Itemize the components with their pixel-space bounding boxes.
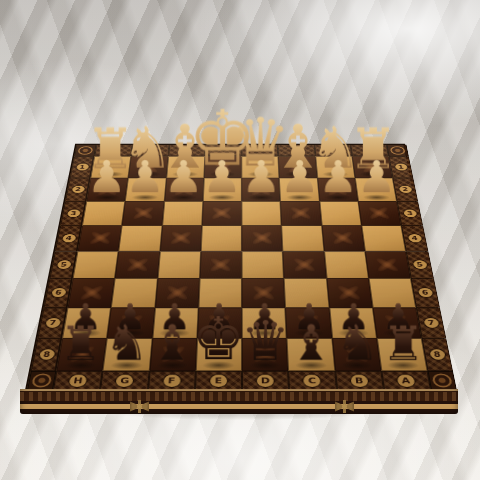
piece-cell-b3 [319,201,361,225]
file-label-cell-7: B [335,371,384,390]
piece-cell-e8: ♚ [196,338,242,371]
piece-cell-e2: ♟ [203,178,242,201]
piece-cell-a2: ♟ [355,178,397,201]
rank-label-right-8: 8 [429,349,446,359]
rank-label-right-5: 5 [412,260,427,269]
frame-corner-near-left [27,371,56,390]
file-label-cell-3: F [148,371,196,390]
piece-cell-a8: ♜ [377,338,428,371]
box-front-edge [20,389,458,414]
piece-cell-d5 [242,251,284,278]
piece-cell-a4 [361,225,406,251]
piece-cell-h3 [82,201,125,225]
rank-label-right-3: 3 [403,209,417,217]
rank-label-right-cell-3: 3 [397,201,423,225]
piece-cell-d3 [242,201,282,225]
piece-cell-g8: ♞ [103,338,152,371]
frame-corner-near-right [428,371,457,390]
brass-hinge-left [130,400,149,413]
board-3d-scene: 12345678 12345678 HGFEDCBA ♜♞♝♚♛♝♞♜♟♟♟♟♟… [25,144,455,390]
piece-black-bishop-f8: ♝ [151,320,195,366]
file-label-g: G [116,374,134,386]
file-label-cell-4: E [195,371,242,390]
chess-board: 12345678 12345678 HGFEDCBA ♜♞♝♚♛♝♞♜♟♟♟♟♟… [25,144,455,390]
piece-cell-f5 [157,251,200,278]
file-label-b: B [350,374,368,386]
file-label-d: D [257,374,274,386]
piece-cell-h5 [73,251,119,278]
rank-label-right-7: 7 [423,318,439,328]
rank-label-left-4: 4 [62,234,76,242]
file-label-e: E [210,374,227,386]
rank-label-right-cell-2: 2 [393,178,419,201]
file-label-cell-8: A [381,371,431,390]
file-label-c: C [303,374,321,386]
rank-label-right-2: 2 [398,186,412,193]
file-label-cell-6: C [288,371,336,390]
rank-label-right-6: 6 [418,288,433,297]
rank-label-left-3: 3 [67,209,81,217]
file-label-h: H [69,374,88,386]
piece-cell-b5 [324,251,369,278]
rank-label-right-4: 4 [407,234,421,242]
file-label-a: A [397,374,416,386]
file-label-cell-5: D [242,371,289,390]
piece-cell-c8: ♝ [287,338,335,371]
piece-cell-g4 [119,225,162,251]
rank-label-left-7: 7 [45,318,61,328]
brass-hinge-right [335,400,354,413]
frame-near-edge-file-labels: HGFEDCBA [53,371,431,390]
file-label-f: F [163,374,181,386]
piece-black-rook-h8: ♜ [59,322,101,367]
file-label-cell-1: H [53,371,103,390]
rank-label-left-8: 8 [38,349,54,359]
piece-white-pawn-e2: ♟ [202,156,242,198]
piece-cell-g2: ♟ [125,178,166,201]
rank-label-left-2: 2 [71,186,85,193]
piece-cell-e4 [201,225,242,251]
rank-label-left-5: 5 [56,260,71,269]
file-label-cell-2: G [100,371,149,390]
rank-label-left-6: 6 [51,288,66,297]
piece-cell-f3 [162,201,203,225]
photo-of-chess-set: 12345678 12345678 HGFEDCBA ♜♞♝♚♛♝♞♜♟♟♟♟♟… [0,0,480,480]
piece-cell-c2: ♟ [279,178,319,201]
piece-cell-c4 [282,225,324,251]
